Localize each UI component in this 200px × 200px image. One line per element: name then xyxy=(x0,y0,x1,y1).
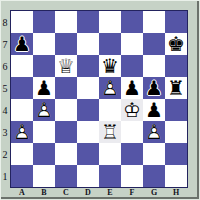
square-b8[interactable] xyxy=(33,11,55,33)
rank-label-2: 2 xyxy=(0,143,10,165)
square-c5[interactable] xyxy=(55,77,77,99)
square-f8[interactable] xyxy=(121,11,143,33)
white-king-glyph: ♔ xyxy=(123,99,141,121)
white-pawn-glyph: ♙ xyxy=(35,99,53,121)
white-rook[interactable]: ♜♖ xyxy=(99,121,121,143)
square-h1[interactable] xyxy=(165,165,187,187)
square-c6[interactable]: ♛♕ xyxy=(55,55,77,77)
square-b6[interactable] xyxy=(33,55,55,77)
file-label-E: E xyxy=(99,188,121,197)
square-h2[interactable] xyxy=(165,143,187,165)
square-f1[interactable] xyxy=(121,165,143,187)
white-pawn[interactable]: ♟♙ xyxy=(11,121,33,143)
chess-board[interactable]: ♟♚♛♕♛♟♟♙♟♟♜♟♙♚♔♟♟♙♜♖♟♙ xyxy=(10,10,188,188)
black-pawn-glyph: ♟ xyxy=(13,33,31,55)
square-c2[interactable] xyxy=(55,143,77,165)
black-pawn[interactable]: ♟ xyxy=(143,99,165,121)
white-rook-glyph: ♖ xyxy=(101,121,119,143)
square-g7[interactable] xyxy=(143,33,165,55)
black-queen[interactable]: ♛ xyxy=(99,55,121,77)
white-pawn[interactable]: ♟♙ xyxy=(33,99,55,121)
file-label-D: D xyxy=(77,188,99,197)
square-b1[interactable] xyxy=(33,165,55,187)
black-queen-glyph: ♛ xyxy=(101,55,119,77)
white-pawn-glyph: ♙ xyxy=(145,121,163,143)
square-e1[interactable] xyxy=(99,165,121,187)
square-e4[interactable] xyxy=(99,99,121,121)
square-g4[interactable]: ♟ xyxy=(143,99,165,121)
file-label-F: F xyxy=(121,188,143,197)
black-king-glyph: ♚ xyxy=(167,33,185,55)
square-d7[interactable] xyxy=(77,33,99,55)
rank-label-1: 1 xyxy=(0,165,10,187)
black-rook-glyph: ♜ xyxy=(167,77,185,99)
square-h6[interactable] xyxy=(165,55,187,77)
square-b5[interactable]: ♟ xyxy=(33,77,55,99)
black-pawn[interactable]: ♟ xyxy=(11,33,33,55)
square-g1[interactable] xyxy=(143,165,165,187)
rank-label-6: 6 xyxy=(0,55,10,77)
black-pawn[interactable]: ♟ xyxy=(143,77,165,99)
square-d1[interactable] xyxy=(77,165,99,187)
black-pawn-glyph: ♟ xyxy=(145,99,163,121)
square-h5[interactable]: ♜ xyxy=(165,77,187,99)
square-f2[interactable] xyxy=(121,143,143,165)
black-king[interactable]: ♚ xyxy=(165,33,187,55)
square-d6[interactable] xyxy=(77,55,99,77)
square-a8[interactable] xyxy=(11,11,33,33)
square-f3[interactable] xyxy=(121,121,143,143)
black-pawn[interactable]: ♟ xyxy=(121,77,143,99)
square-c1[interactable] xyxy=(55,165,77,187)
square-e2[interactable] xyxy=(99,143,121,165)
rank-label-4: 4 xyxy=(0,99,10,121)
rank-label-7: 7 xyxy=(0,33,10,55)
square-b4[interactable]: ♟♙ xyxy=(33,99,55,121)
square-a6[interactable] xyxy=(11,55,33,77)
black-pawn-glyph: ♟ xyxy=(35,77,53,99)
white-pawn-glyph: ♙ xyxy=(101,77,119,99)
file-label-G: G xyxy=(143,188,165,197)
square-a1[interactable] xyxy=(11,165,33,187)
square-f6[interactable] xyxy=(121,55,143,77)
square-e8[interactable] xyxy=(99,11,121,33)
square-b3[interactable] xyxy=(33,121,55,143)
square-d5[interactable] xyxy=(77,77,99,99)
square-a3[interactable]: ♟♙ xyxy=(11,121,33,143)
file-label-C: C xyxy=(55,188,77,197)
square-g8[interactable] xyxy=(143,11,165,33)
square-e3[interactable]: ♜♖ xyxy=(99,121,121,143)
square-f4[interactable]: ♚♔ xyxy=(121,99,143,121)
white-pawn-glyph: ♙ xyxy=(13,121,31,143)
square-b2[interactable] xyxy=(33,143,55,165)
white-pawn[interactable]: ♟♙ xyxy=(143,121,165,143)
square-h4[interactable] xyxy=(165,99,187,121)
white-queen[interactable]: ♛♕ xyxy=(55,55,77,77)
square-g3[interactable]: ♟♙ xyxy=(143,121,165,143)
square-e5[interactable]: ♟♙ xyxy=(99,77,121,99)
square-b7[interactable] xyxy=(33,33,55,55)
black-pawn-glyph: ♟ xyxy=(145,77,163,99)
file-label-H: H xyxy=(165,188,187,197)
square-a2[interactable] xyxy=(11,143,33,165)
square-g6[interactable] xyxy=(143,55,165,77)
square-d8[interactable] xyxy=(77,11,99,33)
board-frame: 87654321 ♟♚♛♕♛♟♟♙♟♟♜♟♙♚♔♟♟♙♜♖♟♙ ABCDEFGH xyxy=(0,0,200,200)
square-f7[interactable] xyxy=(121,33,143,55)
square-a5[interactable] xyxy=(11,77,33,99)
square-c8[interactable] xyxy=(55,11,77,33)
square-h8[interactable] xyxy=(165,11,187,33)
square-e6[interactable]: ♛ xyxy=(99,55,121,77)
square-g5[interactable]: ♟ xyxy=(143,77,165,99)
rank-labels: 87654321 xyxy=(0,11,10,187)
black-pawn[interactable]: ♟ xyxy=(33,77,55,99)
square-c7[interactable] xyxy=(55,33,77,55)
square-d4[interactable] xyxy=(77,99,99,121)
square-d2[interactable] xyxy=(77,143,99,165)
file-label-A: A xyxy=(11,188,33,197)
square-f5[interactable]: ♟ xyxy=(121,77,143,99)
square-a7[interactable]: ♟ xyxy=(11,33,33,55)
square-h7[interactable]: ♚ xyxy=(165,33,187,55)
white-queen-glyph: ♕ xyxy=(57,55,75,77)
rank-label-8: 8 xyxy=(0,11,10,33)
file-label-B: B xyxy=(33,188,55,197)
white-king[interactable]: ♚♔ xyxy=(121,99,143,121)
file-labels: ABCDEFGH xyxy=(11,188,187,197)
black-pawn-glyph: ♟ xyxy=(123,77,141,99)
square-e7[interactable] xyxy=(99,33,121,55)
square-c4[interactable] xyxy=(55,99,77,121)
rank-label-3: 3 xyxy=(0,121,10,143)
square-a4[interactable] xyxy=(11,99,33,121)
square-c3[interactable] xyxy=(55,121,77,143)
white-pawn[interactable]: ♟♙ xyxy=(99,77,121,99)
square-g2[interactable] xyxy=(143,143,165,165)
square-h3[interactable] xyxy=(165,121,187,143)
rank-label-5: 5 xyxy=(0,77,10,99)
square-d3[interactable] xyxy=(77,121,99,143)
black-rook[interactable]: ♜ xyxy=(165,77,187,99)
